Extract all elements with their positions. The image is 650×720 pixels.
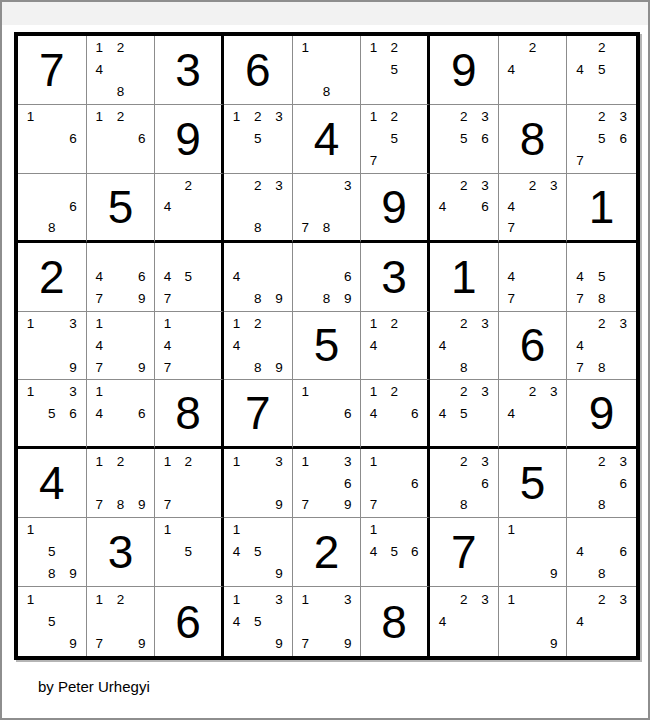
candidate-5: 5 xyxy=(453,403,474,424)
cell-candidates: 2348 xyxy=(432,313,496,379)
candidate-6: 6 xyxy=(62,403,83,424)
cell-r8c2[interactable]: 3 xyxy=(87,518,156,587)
candidate-1: 1 xyxy=(20,519,41,541)
candidate-6: 6 xyxy=(404,541,425,563)
cell-candidates: 139 xyxy=(226,450,290,516)
candidate-6: 6 xyxy=(337,403,358,424)
cell-r5c9[interactable]: 23478 xyxy=(567,312,636,381)
candidate-2: 2 xyxy=(178,450,199,472)
candidate-1: 1 xyxy=(226,519,247,541)
cell-r6c1[interactable]: 1356 xyxy=(18,380,87,449)
candidate-4: 4 xyxy=(501,266,522,288)
cell-candidates: 234 xyxy=(501,381,565,445)
candidate-6: 6 xyxy=(474,472,495,494)
cell-r3c6[interactable]: 9 xyxy=(361,174,430,243)
cell-r1c3[interactable]: 3 xyxy=(155,36,224,105)
candidate-4: 4 xyxy=(157,266,178,288)
candidate-5: 5 xyxy=(178,541,199,563)
cell-r2c9[interactable]: 23567 xyxy=(567,105,636,174)
cell-r4c7[interactable]: 1 xyxy=(430,243,499,312)
cell-r3c8[interactable]: 2347 xyxy=(499,174,568,243)
cell-candidates: 124 xyxy=(363,313,425,379)
cell-r4c8[interactable]: 47 xyxy=(499,243,568,312)
candidate-5: 5 xyxy=(384,128,405,150)
candidate-4: 4 xyxy=(501,403,522,424)
candidate-1: 1 xyxy=(226,450,247,472)
cell-r5c8[interactable]: 6 xyxy=(499,312,568,381)
candidate-2: 2 xyxy=(110,37,131,59)
candidate-1: 1 xyxy=(89,381,110,402)
cell-r3c2[interactable]: 5 xyxy=(87,174,156,243)
cell-candidates: 126 xyxy=(89,106,153,172)
cell-r8c4[interactable]: 1459 xyxy=(224,518,293,587)
candidate-8: 8 xyxy=(41,563,62,585)
candidate-1: 1 xyxy=(295,381,316,402)
cell-r9c4[interactable]: 13459 xyxy=(224,587,293,656)
candidate-3: 3 xyxy=(474,450,495,472)
cell-r2c3[interactable]: 9 xyxy=(155,105,224,174)
cell-candidates: 2368 xyxy=(569,450,634,516)
cell-value: 2 xyxy=(39,254,65,300)
cell-candidates: 4578 xyxy=(569,244,634,310)
candidate-5: 5 xyxy=(41,541,62,563)
candidate-2: 2 xyxy=(110,450,131,472)
candidate-2: 2 xyxy=(591,313,613,335)
cell-candidates: 15 xyxy=(157,519,219,585)
cell-r2c5[interactable]: 4 xyxy=(293,105,362,174)
cell-r3c3[interactable]: 24 xyxy=(155,174,224,243)
candidate-2: 2 xyxy=(522,175,543,196)
cell-r1c9[interactable]: 245 xyxy=(567,36,636,105)
cell-candidates: 1248 xyxy=(89,37,153,103)
cell-r8c1[interactable]: 1589 xyxy=(18,518,87,587)
candidate-7: 7 xyxy=(89,356,110,378)
candidate-4: 4 xyxy=(569,266,591,288)
candidate-3: 3 xyxy=(337,450,358,472)
cell-r1c2[interactable]: 1248 xyxy=(87,36,156,105)
candidate-2: 2 xyxy=(591,37,613,59)
sudoku-board: 7124836181259242451612691235412572356823… xyxy=(14,32,640,660)
cell-candidates: 12489 xyxy=(226,313,290,379)
candidate-3: 3 xyxy=(268,106,289,128)
candidate-2: 2 xyxy=(110,588,131,610)
cell-candidates: 2368 xyxy=(432,450,496,516)
cell-r4c3[interactable]: 457 xyxy=(155,243,224,312)
candidate-9: 9 xyxy=(62,563,83,585)
candidate-2: 2 xyxy=(178,175,199,196)
candidate-9: 9 xyxy=(543,633,564,655)
candidate-9: 9 xyxy=(268,563,289,585)
candidate-4: 4 xyxy=(363,403,384,424)
cell-candidates: 2347 xyxy=(501,175,565,239)
candidate-6: 6 xyxy=(612,541,634,563)
candidate-2: 2 xyxy=(110,106,131,128)
cell-value: 3 xyxy=(381,254,407,300)
candidate-6: 6 xyxy=(62,196,83,217)
cell-r2c1[interactable]: 16 xyxy=(18,105,87,174)
candidate-6: 6 xyxy=(474,196,495,217)
cell-r1c1[interactable]: 7 xyxy=(18,36,87,105)
candidate-7: 7 xyxy=(89,633,110,655)
author-credit: by Peter Urhegyi xyxy=(38,678,150,695)
cell-value: 6 xyxy=(520,322,546,368)
candidate-4: 4 xyxy=(226,541,247,563)
candidate-7: 7 xyxy=(295,494,316,516)
cell-r3c9[interactable]: 1 xyxy=(567,174,636,243)
candidate-1: 1 xyxy=(226,588,247,610)
cell-r6c7[interactable]: 2345 xyxy=(430,380,499,449)
cell-r8c3[interactable]: 15 xyxy=(155,518,224,587)
candidate-3: 3 xyxy=(612,106,634,128)
cell-candidates: 2346 xyxy=(432,175,496,239)
candidate-2: 2 xyxy=(247,175,268,196)
cell-r7c3[interactable]: 127 xyxy=(155,449,224,518)
candidate-4: 4 xyxy=(89,403,110,424)
cell-r2c2[interactable]: 126 xyxy=(87,105,156,174)
candidate-6: 6 xyxy=(131,403,152,424)
candidate-1: 1 xyxy=(20,381,41,402)
candidate-7: 7 xyxy=(501,288,522,310)
cell-r9c1[interactable]: 159 xyxy=(18,587,87,656)
candidate-5: 5 xyxy=(591,59,613,81)
cell-value: 9 xyxy=(381,184,407,230)
candidate-5: 5 xyxy=(247,128,268,150)
cell-r8c7[interactable]: 7 xyxy=(430,518,499,587)
cell-r1c6[interactable]: 125 xyxy=(361,36,430,105)
candidate-2: 2 xyxy=(522,37,543,59)
cell-r1c4[interactable]: 6 xyxy=(224,36,293,105)
cell-candidates: 24 xyxy=(157,175,219,239)
cell-r7c8[interactable]: 5 xyxy=(499,449,568,518)
cell-candidates: 13459 xyxy=(226,588,290,655)
candidate-6: 6 xyxy=(62,128,83,150)
cell-candidates: 378 xyxy=(295,175,359,239)
candidate-3: 3 xyxy=(268,588,289,610)
cell-r9c9[interactable]: 234 xyxy=(567,587,636,656)
candidate-1: 1 xyxy=(157,313,178,335)
candidate-2: 2 xyxy=(591,588,613,610)
candidate-9: 9 xyxy=(131,494,152,516)
cell-r3c1[interactable]: 68 xyxy=(18,174,87,243)
cell-candidates: 1479 xyxy=(89,313,153,379)
title-strip xyxy=(2,2,648,25)
candidate-4: 4 xyxy=(363,541,384,563)
candidate-2: 2 xyxy=(453,450,474,472)
candidate-3: 3 xyxy=(474,106,495,128)
candidate-8: 8 xyxy=(591,356,613,378)
candidate-1: 1 xyxy=(20,588,41,610)
cell-r4c6[interactable]: 3 xyxy=(361,243,430,312)
candidate-9: 9 xyxy=(268,356,289,378)
candidate-1: 1 xyxy=(363,450,384,472)
candidate-9: 9 xyxy=(131,356,152,378)
cell-candidates: 234 xyxy=(569,588,634,655)
cell-candidates: 24 xyxy=(501,37,565,103)
candidate-4: 4 xyxy=(569,610,591,632)
cell-value: 3 xyxy=(108,529,134,575)
cell-r2c4[interactable]: 1235 xyxy=(224,105,293,174)
app-window: 7124836181259242451612691235412572356823… xyxy=(0,0,650,720)
candidate-7: 7 xyxy=(569,356,591,378)
cell-r2c7[interactable]: 2356 xyxy=(430,105,499,174)
candidate-3: 3 xyxy=(474,175,495,196)
cell-value: 5 xyxy=(108,184,134,230)
candidate-8: 8 xyxy=(247,217,268,238)
candidate-2: 2 xyxy=(522,381,543,402)
cell-r9c5[interactable]: 1379 xyxy=(293,587,362,656)
candidate-6: 6 xyxy=(404,403,425,424)
candidate-7: 7 xyxy=(295,633,316,655)
cell-candidates: 689 xyxy=(295,244,359,310)
candidate-1: 1 xyxy=(363,37,384,59)
cell-r5c3[interactable]: 147 xyxy=(155,312,224,381)
cell-r3c5[interactable]: 378 xyxy=(293,174,362,243)
cell-r6c8[interactable]: 234 xyxy=(499,380,568,449)
candidate-1: 1 xyxy=(89,106,110,128)
cell-r8c8[interactable]: 19 xyxy=(499,518,568,587)
candidate-5: 5 xyxy=(591,128,613,150)
candidate-5: 5 xyxy=(247,610,268,632)
candidate-1: 1 xyxy=(363,313,384,335)
candidate-5: 5 xyxy=(384,59,405,81)
cell-r3c4[interactable]: 238 xyxy=(224,174,293,243)
candidate-1: 1 xyxy=(295,37,316,59)
cell-candidates: 68 xyxy=(20,175,84,239)
cell-candidates: 16 xyxy=(20,106,84,172)
cell-r5c1[interactable]: 139 xyxy=(18,312,87,381)
cell-r5c6[interactable]: 124 xyxy=(361,312,430,381)
cell-value: 1 xyxy=(451,254,477,300)
candidate-1: 1 xyxy=(89,313,110,335)
cell-r7c9[interactable]: 2368 xyxy=(567,449,636,518)
cell-r1c8[interactable]: 24 xyxy=(499,36,568,105)
cell-r5c4[interactable]: 12489 xyxy=(224,312,293,381)
cell-r2c6[interactable]: 1257 xyxy=(361,105,430,174)
candidate-5: 5 xyxy=(247,541,268,563)
cell-value: 2 xyxy=(314,529,340,575)
cell-r6c6[interactable]: 1246 xyxy=(361,380,430,449)
cell-r6c3[interactable]: 8 xyxy=(155,380,224,449)
cell-r4c2[interactable]: 4679 xyxy=(87,243,156,312)
cell-candidates: 489 xyxy=(226,244,290,310)
candidate-7: 7 xyxy=(89,288,110,310)
cell-value: 7 xyxy=(451,529,477,575)
cell-r5c5[interactable]: 5 xyxy=(293,312,362,381)
candidate-8: 8 xyxy=(247,356,268,378)
cell-candidates: 468 xyxy=(569,519,634,585)
cell-candidates: 23567 xyxy=(569,106,634,172)
candidate-9: 9 xyxy=(62,356,83,378)
cell-candidates: 238 xyxy=(226,175,290,239)
candidate-8: 8 xyxy=(591,288,613,310)
cell-candidates: 159 xyxy=(20,588,84,655)
candidate-1: 1 xyxy=(226,313,247,335)
candidate-2: 2 xyxy=(384,313,405,335)
cell-r6c2[interactable]: 146 xyxy=(87,380,156,449)
cell-candidates: 139 xyxy=(20,313,84,379)
candidate-2: 2 xyxy=(453,381,474,402)
cell-r9c6[interactable]: 8 xyxy=(361,587,430,656)
candidate-1: 1 xyxy=(89,588,110,610)
candidate-4: 4 xyxy=(157,196,178,217)
cell-r5c7[interactable]: 2348 xyxy=(430,312,499,381)
candidate-2: 2 xyxy=(247,313,268,335)
candidate-4: 4 xyxy=(569,541,591,563)
cell-candidates: 12789 xyxy=(89,450,153,516)
candidate-6: 6 xyxy=(131,266,152,288)
cell-candidates: 1356 xyxy=(20,381,84,445)
candidate-5: 5 xyxy=(591,266,613,288)
cell-r4c1[interactable]: 2 xyxy=(18,243,87,312)
cell-value: 3 xyxy=(175,47,201,93)
candidate-4: 4 xyxy=(89,266,110,288)
cell-candidates: 4679 xyxy=(89,244,153,310)
cell-r2c8[interactable]: 8 xyxy=(499,105,568,174)
candidate-4: 4 xyxy=(432,403,453,424)
cell-candidates: 2356 xyxy=(432,106,496,172)
candidate-7: 7 xyxy=(501,217,522,238)
candidate-7: 7 xyxy=(157,288,178,310)
candidate-5: 5 xyxy=(41,403,62,424)
cell-candidates: 245 xyxy=(569,37,634,103)
candidate-1: 1 xyxy=(20,106,41,128)
candidate-9: 9 xyxy=(131,288,152,310)
candidate-4: 4 xyxy=(89,59,110,81)
cell-r9c2[interactable]: 1279 xyxy=(87,587,156,656)
candidate-3: 3 xyxy=(337,588,358,610)
cell-r7c6[interactable]: 167 xyxy=(361,449,430,518)
candidate-3: 3 xyxy=(612,588,634,610)
candidate-7: 7 xyxy=(295,217,316,238)
candidate-7: 7 xyxy=(157,494,178,516)
candidate-4: 4 xyxy=(157,335,178,357)
candidate-2: 2 xyxy=(453,175,474,196)
cell-r1c7[interactable]: 9 xyxy=(430,36,499,105)
candidate-3: 3 xyxy=(62,381,83,402)
candidate-9: 9 xyxy=(268,633,289,655)
cell-r7c4[interactable]: 139 xyxy=(224,449,293,518)
cell-value: 4 xyxy=(39,460,65,506)
cell-r8c5[interactable]: 2 xyxy=(293,518,362,587)
candidate-8: 8 xyxy=(453,494,474,516)
cell-value: 7 xyxy=(39,47,65,93)
candidate-2: 2 xyxy=(453,588,474,610)
candidate-3: 3 xyxy=(543,381,564,402)
cell-candidates: 234 xyxy=(432,588,496,655)
candidate-6: 6 xyxy=(612,128,634,150)
candidate-9: 9 xyxy=(337,494,358,516)
cell-value: 5 xyxy=(520,460,546,506)
cell-candidates: 1235 xyxy=(226,106,290,172)
candidate-2: 2 xyxy=(591,450,613,472)
candidate-3: 3 xyxy=(474,588,495,610)
candidate-3: 3 xyxy=(337,175,358,196)
cell-r8c6[interactable]: 1456 xyxy=(361,518,430,587)
candidate-3: 3 xyxy=(543,175,564,196)
candidate-7: 7 xyxy=(569,288,591,310)
cell-r9c3[interactable]: 6 xyxy=(155,587,224,656)
cell-r7c1[interactable]: 4 xyxy=(18,449,87,518)
cell-value: 4 xyxy=(314,116,340,162)
candidate-7: 7 xyxy=(569,150,591,172)
candidate-2: 2 xyxy=(384,37,405,59)
candidate-1: 1 xyxy=(157,519,178,541)
candidate-1: 1 xyxy=(89,450,110,472)
cell-value: 8 xyxy=(520,116,546,162)
cell-r4c4[interactable]: 489 xyxy=(224,243,293,312)
cell-r4c5[interactable]: 689 xyxy=(293,243,362,312)
candidate-9: 9 xyxy=(337,633,358,655)
cell-r6c4[interactable]: 7 xyxy=(224,380,293,449)
candidate-1: 1 xyxy=(363,519,384,541)
candidate-1: 1 xyxy=(295,588,316,610)
cell-r7c2[interactable]: 12789 xyxy=(87,449,156,518)
cell-value: 9 xyxy=(451,47,477,93)
candidate-1: 1 xyxy=(501,519,522,541)
candidate-7: 7 xyxy=(363,150,384,172)
cell-r6c5[interactable]: 16 xyxy=(293,380,362,449)
candidate-4: 4 xyxy=(501,59,522,81)
cell-value: 8 xyxy=(381,599,407,645)
candidate-5: 5 xyxy=(384,541,405,563)
candidate-1: 1 xyxy=(363,381,384,402)
cell-r7c5[interactable]: 13679 xyxy=(293,449,362,518)
candidate-2: 2 xyxy=(384,381,405,402)
candidate-9: 9 xyxy=(337,288,358,310)
candidate-4: 4 xyxy=(89,335,110,357)
candidate-8: 8 xyxy=(247,288,268,310)
candidate-4: 4 xyxy=(501,196,522,217)
candidate-1: 1 xyxy=(157,450,178,472)
candidate-2: 2 xyxy=(453,106,474,128)
candidate-9: 9 xyxy=(62,633,83,655)
candidate-8: 8 xyxy=(316,217,337,238)
candidate-1: 1 xyxy=(20,313,41,335)
cell-r6c9[interactable]: 9 xyxy=(567,380,636,449)
candidate-4: 4 xyxy=(226,266,247,288)
candidate-1: 1 xyxy=(501,588,522,610)
candidate-2: 2 xyxy=(591,106,613,128)
candidate-3: 3 xyxy=(62,313,83,335)
cell-r9c7[interactable]: 234 xyxy=(430,587,499,656)
candidate-3: 3 xyxy=(612,450,634,472)
cell-r3c7[interactable]: 2346 xyxy=(430,174,499,243)
candidate-4: 4 xyxy=(432,335,453,357)
cell-candidates: 167 xyxy=(363,450,425,516)
candidate-9: 9 xyxy=(268,288,289,310)
cell-candidates: 1459 xyxy=(226,519,290,585)
candidate-1: 1 xyxy=(226,106,247,128)
cell-r7c7[interactable]: 2368 xyxy=(430,449,499,518)
candidate-6: 6 xyxy=(474,128,495,150)
cell-r5c2[interactable]: 1479 xyxy=(87,312,156,381)
cell-candidates: 2345 xyxy=(432,381,496,445)
cell-r9c8[interactable]: 19 xyxy=(499,587,568,656)
cell-r8c9[interactable]: 468 xyxy=(567,518,636,587)
candidate-5: 5 xyxy=(178,266,199,288)
candidate-8: 8 xyxy=(110,81,131,103)
cell-r4c9[interactable]: 4578 xyxy=(567,243,636,312)
candidate-3: 3 xyxy=(474,381,495,402)
candidate-1: 1 xyxy=(295,450,316,472)
candidate-2: 2 xyxy=(384,106,405,128)
cell-r1c5[interactable]: 18 xyxy=(293,36,362,105)
cell-candidates: 1456 xyxy=(363,519,425,585)
candidate-8: 8 xyxy=(453,356,474,378)
candidate-6: 6 xyxy=(337,266,358,288)
cell-value: 9 xyxy=(175,116,201,162)
cell-candidates: 19 xyxy=(501,588,565,655)
